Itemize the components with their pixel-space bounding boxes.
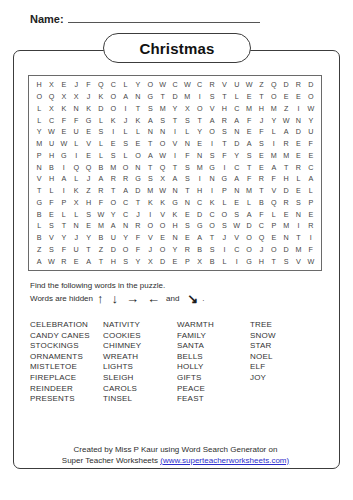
- grid-cell: L: [33, 220, 45, 232]
- word-list-item: GIFTS: [177, 373, 250, 384]
- word-list-item: SLEIGH: [103, 373, 177, 384]
- word-list-item: FIREPLACE: [30, 373, 103, 384]
- word-list-item: TINSEL: [103, 394, 177, 405]
- grid-cell: H: [82, 197, 94, 209]
- word-list-item: ORNAMENTS: [30, 352, 103, 363]
- grid-cell: U: [70, 244, 82, 256]
- grid-cell: R: [218, 114, 230, 126]
- grid-cell: J: [82, 91, 94, 103]
- grid-cell: D: [169, 91, 181, 103]
- word-list-item: PEACE: [177, 384, 250, 395]
- grid-cell: R: [58, 255, 70, 267]
- grid-cell: E: [305, 150, 317, 162]
- instructions-line2-prefix: Words are hidden: [30, 294, 93, 304]
- grid-cell: D: [243, 220, 255, 232]
- grid-cell: X: [70, 197, 82, 209]
- grid-cell: S: [45, 220, 57, 232]
- grid-cell: T: [194, 114, 206, 126]
- grid-cell: U: [107, 232, 119, 244]
- grid-cell: H: [218, 103, 230, 115]
- grid-cell: E: [82, 150, 94, 162]
- grid-cell: N: [280, 232, 292, 244]
- grid-cell: G: [206, 161, 218, 173]
- grid-cell: J: [70, 79, 82, 91]
- grid-cell: P: [218, 185, 230, 197]
- grid-cell: R: [305, 220, 317, 232]
- grid-cell: X: [144, 255, 156, 267]
- grid-cell: O: [119, 161, 131, 173]
- grid-cell: E: [280, 91, 292, 103]
- grid-cell: I: [144, 208, 156, 220]
- grid-cell: O: [33, 91, 45, 103]
- grid-cell: T: [132, 103, 144, 115]
- grid-cell: C: [206, 208, 218, 220]
- grid-cell: J: [119, 114, 131, 126]
- word-list-item: STOCKINGS: [30, 341, 103, 352]
- grid-cell: E: [292, 91, 304, 103]
- grid-cell: M: [156, 103, 168, 115]
- grid-cell: X: [45, 79, 57, 91]
- grid-cell: O: [268, 244, 280, 256]
- word-list: CELEBRATIONCANDY CANESSTOCKINGSORNAMENTS…: [30, 320, 310, 405]
- grid-cell: O: [206, 220, 218, 232]
- grid-cell: N: [119, 220, 131, 232]
- grid-cell: E: [255, 150, 267, 162]
- grid-cell: L: [132, 126, 144, 138]
- footer-line1: Created by Miss P Kaur using Word Search…: [13, 445, 338, 456]
- grid-cell: B: [33, 232, 45, 244]
- grid-cell: W: [45, 126, 57, 138]
- grid-cell: K: [82, 103, 94, 115]
- grid-cell: S: [218, 220, 230, 232]
- grid-cell: X: [45, 103, 57, 115]
- word-list-item: NATIVITY: [103, 320, 177, 331]
- grid-cell: Q: [156, 161, 168, 173]
- grid-cell: R: [255, 173, 267, 185]
- grid-cell: D: [231, 138, 243, 150]
- grid-cell: S: [231, 208, 243, 220]
- word-list-item: MISTLETOE: [30, 362, 103, 373]
- grid-cell: I: [194, 91, 206, 103]
- word-column-3: WARMTHFAMILYSANTABELLSHOLLYGIFTSPEACEFEA…: [177, 320, 250, 405]
- grid-cell: I: [218, 161, 230, 173]
- grid-cell: D: [107, 244, 119, 256]
- grid-cell: I: [268, 138, 280, 150]
- grid-cell: M: [144, 185, 156, 197]
- grid-cell: A: [107, 220, 119, 232]
- grid-cell: K: [132, 114, 144, 126]
- grid-cell: L: [70, 173, 82, 185]
- grid-cell: C: [169, 79, 181, 91]
- grid-cell: D: [280, 79, 292, 91]
- grid-cell: H: [107, 255, 119, 267]
- grid-cell: S: [119, 138, 131, 150]
- word-list-item: BELLS: [177, 352, 250, 363]
- grid-cell: J: [255, 244, 267, 256]
- word-list-item: REINDEER: [30, 384, 103, 395]
- down-arrow-icon: ↓: [112, 292, 119, 305]
- grid-cell: W: [280, 114, 292, 126]
- grid-cell: O: [243, 232, 255, 244]
- grid-cell: E: [169, 255, 181, 267]
- grid-cell: L: [119, 150, 131, 162]
- word-list-item: SANTA: [177, 341, 250, 352]
- grid-cell: N: [194, 150, 206, 162]
- grid-cell: A: [119, 185, 131, 197]
- grid-cell: A: [243, 208, 255, 220]
- grid-cell: Y: [169, 103, 181, 115]
- worksheet-title: Christmas: [103, 33, 251, 63]
- grid-cell: B: [255, 197, 267, 209]
- footer-line2: Super Teacher Worksheets (www.superteach…: [13, 456, 338, 467]
- grid-cell: I: [292, 220, 304, 232]
- grid-cell: E: [292, 150, 304, 162]
- grid-cell: C: [119, 197, 131, 209]
- grid-cell: U: [70, 126, 82, 138]
- grid-cell: L: [95, 150, 107, 162]
- grid-cell: P: [181, 255, 193, 267]
- grid-cell: I: [206, 138, 218, 150]
- grid-cell: Y: [169, 244, 181, 256]
- word-column-1: CELEBRATIONCANDY CANESSTOCKINGSORNAMENTS…: [30, 320, 103, 405]
- grid-cell: E: [107, 138, 119, 150]
- instructions-line2-suffix: .: [202, 294, 204, 304]
- grid-cell: C: [255, 220, 267, 232]
- grid-cell: N: [231, 126, 243, 138]
- grid-cell: A: [206, 114, 218, 126]
- grid-cell: X: [194, 255, 206, 267]
- grid-cell: L: [231, 91, 243, 103]
- grid-cell: F: [255, 208, 267, 220]
- grid-cell: K: [58, 103, 70, 115]
- grid-cell: X: [181, 103, 193, 115]
- grid-cell: B: [95, 232, 107, 244]
- grid-cell: V: [45, 232, 57, 244]
- grid-cell: O: [156, 220, 168, 232]
- grid-cell: M: [243, 185, 255, 197]
- footer-credit: Created by Miss P Kaur using Word Search…: [13, 445, 338, 466]
- grid-cell: G: [194, 220, 206, 232]
- grid-cell: T: [132, 197, 144, 209]
- grid-cell: N: [132, 91, 144, 103]
- grid-cell: E: [305, 208, 317, 220]
- grid-cell: E: [292, 138, 304, 150]
- grid-cell: R: [95, 185, 107, 197]
- grid-cell: T: [255, 185, 267, 197]
- website-link[interactable]: (www.superteacherworksheets.com): [160, 456, 289, 465]
- grid-cell: M: [181, 91, 193, 103]
- grid-cell: Y: [132, 79, 144, 91]
- grid-cell: N: [156, 126, 168, 138]
- grid-cell: H: [194, 185, 206, 197]
- grid-cell: D: [280, 185, 292, 197]
- grid-cell: K: [169, 208, 181, 220]
- grid-cell: X: [58, 91, 70, 103]
- grid-cell: T: [218, 138, 230, 150]
- grid-cell: Q: [255, 232, 267, 244]
- grid-cell: E: [243, 126, 255, 138]
- grid-cell: Z: [280, 103, 292, 115]
- grid-cell: T: [268, 255, 280, 267]
- grid-cell: C: [107, 79, 119, 91]
- grid-cell: I: [194, 173, 206, 185]
- grid-cell: N: [181, 197, 193, 209]
- grid-cell: R: [107, 173, 119, 185]
- grid-cell: F: [268, 173, 280, 185]
- grid-cell: Q: [45, 91, 57, 103]
- word-list-item: LIGHTS: [103, 362, 177, 373]
- grid-cell: S: [255, 138, 267, 150]
- grid-cell: I: [169, 150, 181, 162]
- grid-cell: S: [243, 150, 255, 162]
- word-list-item: CELEBRATION: [30, 320, 103, 331]
- grid-cell: I: [169, 126, 181, 138]
- grid-cell: R: [280, 197, 292, 209]
- grid-cell: M: [280, 220, 292, 232]
- grid-cell: I: [70, 150, 82, 162]
- grid-cell: L: [95, 138, 107, 150]
- grid-cell: A: [169, 173, 181, 185]
- word-list-item: JOY: [250, 373, 310, 384]
- grid-cell: K: [156, 197, 168, 209]
- grid-cell: M: [268, 103, 280, 115]
- grid-cell: M: [194, 161, 206, 173]
- grid-cell: T: [82, 244, 94, 256]
- grid-cell: N: [70, 220, 82, 232]
- grid-cell: J: [144, 244, 156, 256]
- grid-cell: S: [156, 114, 168, 126]
- grid-cell: B: [206, 255, 218, 267]
- grid-cell: W: [231, 220, 243, 232]
- grid-cell: F: [181, 150, 193, 162]
- grid-cell: Q: [95, 79, 107, 91]
- grid-cell: M: [33, 138, 45, 150]
- grid-cell: R: [181, 244, 193, 256]
- grid-cell: D: [292, 126, 304, 138]
- grid-cell: M: [107, 161, 119, 173]
- name-blank-line[interactable]: [68, 12, 260, 23]
- grid-cell: M: [95, 220, 107, 232]
- grid-cell: B: [33, 208, 45, 220]
- grid-cell: S: [181, 114, 193, 126]
- grid-cell: R: [206, 79, 218, 91]
- grid-cell: V: [156, 208, 168, 220]
- grid-cell: E: [280, 208, 292, 220]
- grid-cell: W: [181, 79, 193, 91]
- grid-cell: L: [119, 79, 131, 91]
- grid-cell: N: [169, 232, 181, 244]
- grid-cell: W: [45, 255, 57, 267]
- grid-cell: G: [218, 173, 230, 185]
- grid-cell: D: [305, 79, 317, 91]
- grid-cell: H: [45, 173, 57, 185]
- grid-cell: F: [58, 114, 70, 126]
- grid-cell: O: [156, 138, 168, 150]
- grid-cell: K: [70, 185, 82, 197]
- grid-cell: F: [218, 150, 230, 162]
- word-list-item: HOLLY: [177, 362, 250, 373]
- grid-cell: I: [119, 103, 131, 115]
- grid-cell: G: [58, 150, 70, 162]
- grid-cell: I: [218, 244, 230, 256]
- grid-cell: F: [255, 126, 267, 138]
- grid-cell: L: [95, 114, 107, 126]
- grid-cell: O: [305, 91, 317, 103]
- grid-cell: C: [45, 114, 57, 126]
- grid-cell: E: [255, 161, 267, 173]
- grid-cell: S: [45, 244, 57, 256]
- word-list-item: CAROLS: [103, 384, 177, 395]
- grid-cell: E: [181, 232, 193, 244]
- grid-cell: A: [268, 161, 280, 173]
- instructions-line1: Find the following words in the puzzle.: [30, 281, 205, 291]
- word-list-item: FAMILY: [177, 331, 250, 342]
- grid-cell: E: [58, 126, 70, 138]
- name-label: Name:: [30, 13, 64, 25]
- grid-cell: F: [70, 114, 82, 126]
- grid-cell: R: [132, 220, 144, 232]
- grid-cell: E: [58, 79, 70, 91]
- grid-cell: S: [206, 91, 218, 103]
- diagonal-arrow-icon: ↘: [187, 292, 198, 305]
- word-list-item: CHIMNEY: [103, 341, 177, 352]
- grid-cell: W: [58, 138, 70, 150]
- grid-cell: S: [181, 173, 193, 185]
- grid-cell: L: [268, 208, 280, 220]
- grid-cell: T: [280, 161, 292, 173]
- grid-cell: T: [169, 161, 181, 173]
- grid-cell: N: [70, 103, 82, 115]
- grid-cell: I: [305, 232, 317, 244]
- grid-cell: N: [132, 161, 144, 173]
- grid-cell: L: [181, 126, 193, 138]
- word-search-grid[interactable]: HXEJFQCLYOWCWCRVUWZQDRDOQXXJKOANGTDMISTL…: [28, 75, 322, 271]
- grid-cell: S: [95, 126, 107, 138]
- word-list-item: COOKIES: [103, 331, 177, 342]
- grid-cell: J: [255, 114, 267, 126]
- grid-cell: Y: [119, 232, 131, 244]
- name-row: Name:: [30, 12, 260, 25]
- grid-cell: C: [305, 161, 317, 173]
- grid-cell: K: [206, 197, 218, 209]
- grid-cell: O: [156, 244, 168, 256]
- grid-cell: W: [95, 208, 107, 220]
- grid-cell: F: [132, 244, 144, 256]
- grid-cell: L: [218, 197, 230, 209]
- grid-cell: A: [119, 91, 131, 103]
- word-list-item: SNOW: [250, 331, 310, 342]
- grid-cell: O: [218, 208, 230, 220]
- grid-cell: S: [181, 220, 193, 232]
- grid-cell: V: [169, 138, 181, 150]
- grid-cell: W: [305, 103, 317, 115]
- grid-cell: Y: [268, 114, 280, 126]
- grid-cell: E: [194, 138, 206, 150]
- grid-cell: R: [292, 79, 304, 91]
- grid-cell: M: [292, 244, 304, 256]
- grid-cell: U: [45, 138, 57, 150]
- grid-cell: E: [243, 91, 255, 103]
- grid-cell: L: [70, 138, 82, 150]
- grid-cell: I: [58, 185, 70, 197]
- grid-cell: E: [268, 232, 280, 244]
- grid-cell: F: [305, 244, 317, 256]
- grid-cell: A: [82, 255, 94, 267]
- grid-cell: E: [156, 232, 168, 244]
- grid-cell: E: [45, 208, 57, 220]
- grid-cell: O: [107, 103, 119, 115]
- grid-cell: O: [132, 150, 144, 162]
- word-column-2: NATIVITYCOOKIESCHIMNEYWREATHLIGHTSSLEIGH…: [103, 320, 177, 405]
- grid-cell: D: [156, 255, 168, 267]
- grid-cell: X: [156, 173, 168, 185]
- grid-cell: S: [82, 208, 94, 220]
- grid-cell: R: [280, 138, 292, 150]
- word-list-item: FEAST: [177, 394, 250, 405]
- grid-cell: Q: [70, 161, 82, 173]
- grid-cell: S: [206, 150, 218, 162]
- grid-cell: H: [33, 79, 45, 91]
- left-arrow-icon: ←: [147, 292, 160, 305]
- word-column-4: TREESNOWSTARNOELELFJOY: [250, 320, 310, 405]
- grid-cell: D: [280, 244, 292, 256]
- grid-cell: T: [218, 91, 230, 103]
- grid-cell: A: [280, 126, 292, 138]
- grid-cell: N: [292, 114, 304, 126]
- grid-cell: B: [194, 244, 206, 256]
- grid-cell: S: [218, 126, 230, 138]
- grid-cell: P: [305, 197, 317, 209]
- word-list-item: WARMTH: [177, 320, 250, 331]
- grid-cell: L: [305, 185, 317, 197]
- grid-cell: B: [45, 161, 57, 173]
- grid-cell: V: [144, 232, 156, 244]
- grid-cell: N: [292, 208, 304, 220]
- grid-cell: S: [280, 255, 292, 267]
- grid-cell: T: [144, 161, 156, 173]
- grid-cell: C: [231, 161, 243, 173]
- grid-cell: D: [95, 103, 107, 115]
- grid-cell: S: [119, 255, 131, 267]
- right-arrow-icon: →: [126, 292, 139, 305]
- grid-cell: T: [255, 91, 267, 103]
- grid-cell: C: [231, 244, 243, 256]
- grid-cell: A: [58, 173, 70, 185]
- grid-cell: G: [82, 114, 94, 126]
- grid-cell: H: [169, 220, 181, 232]
- grid-cell: Q: [268, 197, 280, 209]
- grid-cell: P: [58, 197, 70, 209]
- grid-cell: A: [95, 173, 107, 185]
- grid-cell: T: [107, 185, 119, 197]
- grid-cell: L: [292, 173, 304, 185]
- grid-cell: T: [292, 232, 304, 244]
- grid-cell: T: [33, 185, 45, 197]
- grid-cell: D: [132, 185, 144, 197]
- grid-cell: Y: [33, 126, 45, 138]
- grid-cell: Z: [95, 244, 107, 256]
- grid-cell: A: [305, 173, 317, 185]
- grid-cell: S: [292, 197, 304, 209]
- grid-cell: Z: [33, 244, 45, 256]
- grid-cell: M: [280, 150, 292, 162]
- grid-cell: G: [132, 173, 144, 185]
- grid-cell: Y: [231, 150, 243, 162]
- grid-cell: N: [33, 161, 45, 173]
- up-arrow-icon: ↑: [97, 292, 104, 305]
- grid-cell: A: [243, 138, 255, 150]
- grid-cell: Y: [58, 232, 70, 244]
